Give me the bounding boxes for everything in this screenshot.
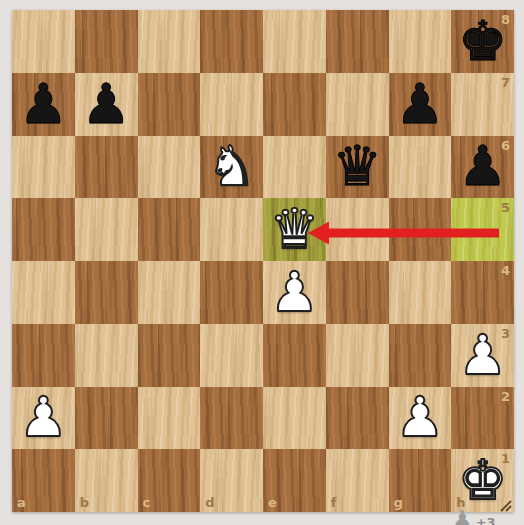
white-pawn[interactable]: ♟ <box>263 261 326 324</box>
square-b1[interactable]: b <box>75 449 138 512</box>
rank-label-5: 5 <box>501 201 510 214</box>
square-a4[interactable] <box>12 261 75 324</box>
black-pawn[interactable]: ♟ <box>389 73 452 136</box>
square-b4[interactable] <box>75 261 138 324</box>
material-count: +3 <box>476 515 496 525</box>
chess-app-screen: ♚8♟♟♟7♞♛♟6♛5♟4♟3♟♟2abcdefg♚h1 ♟ +3 <box>0 0 524 525</box>
square-c5[interactable] <box>138 198 201 261</box>
white-knight[interactable]: ♞ <box>200 136 263 199</box>
square-b5[interactable] <box>75 198 138 261</box>
square-a3[interactable] <box>12 324 75 387</box>
square-e7[interactable] <box>263 73 326 136</box>
square-a2[interactable]: ♟ <box>12 387 75 450</box>
square-h2[interactable]: 2 <box>451 387 514 450</box>
square-g6[interactable] <box>389 136 452 199</box>
rank-label-2: 2 <box>501 390 510 403</box>
square-e2[interactable] <box>263 387 326 450</box>
square-b3[interactable] <box>75 324 138 387</box>
rank-label-4: 4 <box>501 264 510 277</box>
file-label-b: b <box>80 496 89 509</box>
square-c2[interactable] <box>138 387 201 450</box>
square-e8[interactable] <box>263 10 326 73</box>
square-d5[interactable] <box>200 198 263 261</box>
file-label-e: e <box>268 496 277 509</box>
square-c6[interactable] <box>138 136 201 199</box>
square-c4[interactable] <box>138 261 201 324</box>
square-g5[interactable] <box>389 198 452 261</box>
white-pawn[interactable]: ♟ <box>451 324 514 387</box>
square-f8[interactable] <box>326 10 389 73</box>
square-b6[interactable] <box>75 136 138 199</box>
square-d1[interactable]: d <box>200 449 263 512</box>
rank-label-7: 7 <box>501 76 510 89</box>
square-f7[interactable] <box>326 73 389 136</box>
square-d2[interactable] <box>200 387 263 450</box>
square-b7[interactable]: ♟ <box>75 73 138 136</box>
square-h8[interactable]: ♚8 <box>451 10 514 73</box>
square-d8[interactable] <box>200 10 263 73</box>
square-d4[interactable] <box>200 261 263 324</box>
square-e4[interactable]: ♟ <box>263 261 326 324</box>
square-a5[interactable] <box>12 198 75 261</box>
square-g4[interactable] <box>389 261 452 324</box>
square-h3[interactable]: ♟3 <box>451 324 514 387</box>
square-g7[interactable]: ♟ <box>389 73 452 136</box>
square-g1[interactable]: g <box>389 449 452 512</box>
square-b8[interactable] <box>75 10 138 73</box>
square-c1[interactable]: c <box>138 449 201 512</box>
black-pawn[interactable]: ♟ <box>75 73 138 136</box>
square-d3[interactable] <box>200 324 263 387</box>
square-g8[interactable] <box>389 10 452 73</box>
file-label-f: f <box>331 496 337 509</box>
square-f6[interactable]: ♛ <box>326 136 389 199</box>
square-a7[interactable]: ♟ <box>12 73 75 136</box>
black-pawn[interactable]: ♟ <box>12 73 75 136</box>
square-c7[interactable] <box>138 73 201 136</box>
square-d7[interactable] <box>200 73 263 136</box>
square-f4[interactable] <box>326 261 389 324</box>
white-pawn[interactable]: ♟ <box>12 387 75 450</box>
file-label-d: d <box>205 496 214 509</box>
square-f3[interactable] <box>326 324 389 387</box>
square-a8[interactable] <box>12 10 75 73</box>
file-label-a: a <box>17 496 26 509</box>
square-a6[interactable] <box>12 136 75 199</box>
white-pawn[interactable]: ♟ <box>389 387 452 450</box>
square-h5[interactable]: 5 <box>451 198 514 261</box>
square-b2[interactable] <box>75 387 138 450</box>
chess-board: ♚8♟♟♟7♞♛♟6♛5♟4♟3♟♟2abcdefg♚h1 <box>12 10 514 512</box>
file-label-c: c <box>143 496 151 509</box>
file-label-g: g <box>394 496 403 509</box>
square-e3[interactable] <box>263 324 326 387</box>
square-e5[interactable]: ♛ <box>263 198 326 261</box>
black-king[interactable]: ♚ <box>451 10 514 73</box>
board-resize-handle-icon[interactable] <box>499 497 512 510</box>
black-pawn[interactable]: ♟ <box>451 136 514 199</box>
square-f2[interactable] <box>326 387 389 450</box>
square-f1[interactable]: f <box>326 449 389 512</box>
square-e1[interactable]: e <box>263 449 326 512</box>
square-d6[interactable]: ♞ <box>200 136 263 199</box>
square-c3[interactable] <box>138 324 201 387</box>
square-g3[interactable] <box>389 324 452 387</box>
square-a1[interactable]: a <box>12 449 75 512</box>
square-c8[interactable] <box>138 10 201 73</box>
black-queen[interactable]: ♛ <box>326 136 389 199</box>
material-indicator: ♟ +3 <box>452 508 496 525</box>
square-h7[interactable]: 7 <box>451 73 514 136</box>
square-e6[interactable] <box>263 136 326 199</box>
captured-pawn-icon: ♟ <box>452 508 473 525</box>
square-h4[interactable]: 4 <box>451 261 514 324</box>
white-queen[interactable]: ♛ <box>263 198 326 261</box>
square-h6[interactable]: ♟6 <box>451 136 514 199</box>
square-f5[interactable] <box>326 198 389 261</box>
square-g2[interactable]: ♟ <box>389 387 452 450</box>
